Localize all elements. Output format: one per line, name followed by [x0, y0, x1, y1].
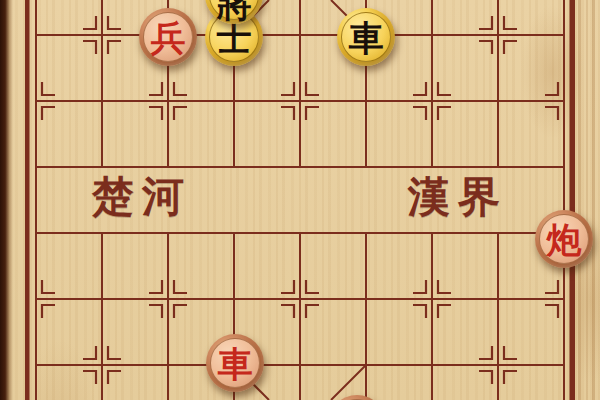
xiangqi-board[interactable]: 楚河 漢界 兵士車炮車將帥: [0, 0, 600, 400]
pieces-layer: 兵士車炮車將帥: [0, 0, 600, 400]
board-frame-left-edge: [0, 0, 13, 400]
piece-black-chariot[interactable]: 車: [337, 8, 395, 66]
piece-red-general-partial[interactable]: 帥: [328, 395, 386, 400]
piece-face: 將: [209, 0, 259, 20]
piece-character: 車: [349, 20, 384, 55]
piece-face: 車: [341, 12, 391, 62]
piece-face: 炮: [539, 214, 589, 264]
piece-face: 兵: [143, 12, 193, 62]
piece-character: 將: [217, 0, 252, 21]
piece-character: 士: [217, 20, 252, 55]
piece-face: 車: [210, 338, 260, 388]
piece-character: 兵: [151, 20, 186, 55]
piece-red-cannon[interactable]: 炮: [535, 210, 593, 268]
piece-character: 車: [218, 346, 253, 381]
piece-red-soldier[interactable]: 兵: [139, 8, 197, 66]
piece-character: 炮: [547, 222, 582, 257]
piece-red-chariot[interactable]: 車: [206, 334, 264, 392]
